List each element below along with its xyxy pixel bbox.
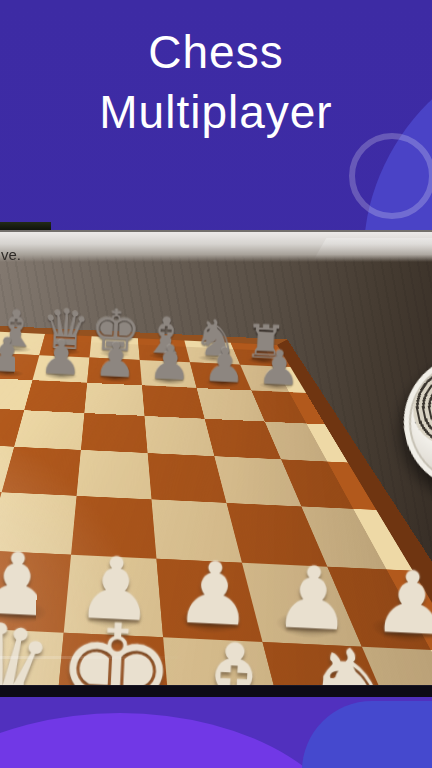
- piece-black-pawn[interactable]: ♟: [202, 342, 247, 389]
- piece-black-pawn[interactable]: ♟: [148, 339, 193, 386]
- app-title: Chess Multiplayer: [0, 22, 432, 142]
- square-e4[interactable]: [77, 450, 152, 499]
- square-h6[interactable]: [251, 391, 325, 425]
- piece-black-pawn[interactable]: ♟: [39, 334, 84, 381]
- piece-black-pawn[interactable]: ♟: [257, 345, 302, 392]
- square-d5[interactable]: [14, 410, 84, 450]
- square-e6[interactable]: [84, 383, 144, 416]
- piece-black-pawn[interactable]: ♟: [93, 337, 138, 384]
- screenshot-bottom-bar: [0, 685, 432, 697]
- move-status-text: ve.: [1, 246, 21, 263]
- board-roll-wrapper: ♜♞♝♛♚♝♞♜♟♟♟♟♟♟♟♟♟♟♟♟♟♟♟♟♜♞♝♛♚♝♞♜: [0, 230, 432, 697]
- board-perspective-scene: ♜♞♝♛♚♝♞♜♟♟♟♟♟♟♟♟♟♟♟♟♟♟♟♟♜♞♝♛♚♝♞♜: [0, 230, 432, 697]
- gameplay-screenshot[interactable]: ♜♞♝♛♚♝♞♜♟♟♟♟♟♟♟♟♟♟♟♟♟♟♟♟♜♞♝♛♚♝♞♜ ve.: [0, 230, 432, 697]
- bottom-decor-band: [0, 697, 432, 768]
- square-f7[interactable]: ♟: [140, 360, 197, 388]
- chess-board[interactable]: ♜♞♝♛♚♝♞♜♟♟♟♟♟♟♟♟♟♟♟♟♟♟♟♟♜♞♝♛♚♝♞♜: [0, 321, 432, 697]
- store-screenshot-page: Chess Multiplayer ♜♞♝♛♚♝♞♜♟♟♟♟♟♟♟♟♟♟♟♟♟♟…: [0, 0, 432, 768]
- square-f6[interactable]: [142, 385, 205, 418]
- square-e5[interactable]: [81, 413, 148, 453]
- square-d7[interactable]: ♟: [32, 355, 89, 383]
- square-g7[interactable]: ♟: [190, 362, 251, 390]
- piece-black-pawn[interactable]: ♟: [0, 332, 29, 379]
- square-f5[interactable]: [144, 416, 214, 456]
- app-title-line2: Multiplayer: [0, 82, 432, 142]
- piece-white-king[interactable]: ♚: [53, 609, 178, 697]
- app-title-line1: Chess: [0, 22, 432, 82]
- square-e7[interactable]: ♟: [87, 358, 142, 386]
- decorative-circle-ring: [349, 133, 432, 219]
- bottom-blue-shape: [302, 701, 432, 768]
- square-h7[interactable]: ♟: [240, 365, 306, 393]
- piece-white-queen[interactable]: ♛: [0, 608, 58, 697]
- lens-flare-streak: [0, 656, 190, 659]
- square-d6[interactable]: [24, 380, 87, 413]
- square-d4[interactable]: [2, 447, 81, 496]
